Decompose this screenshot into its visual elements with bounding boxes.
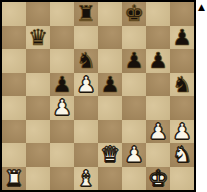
square-f5[interactable] bbox=[122, 73, 146, 97]
square-c3[interactable] bbox=[50, 120, 74, 144]
square-g7[interactable] bbox=[146, 26, 170, 50]
black-knight-d6[interactable]: ♞ bbox=[74, 49, 98, 73]
square-h6[interactable] bbox=[170, 49, 194, 73]
square-a6[interactable] bbox=[2, 49, 26, 73]
black-rook-d8[interactable]: ♜ bbox=[74, 2, 98, 26]
square-c5[interactable]: ♟ bbox=[50, 73, 74, 97]
black-pawn-h7[interactable]: ♟ bbox=[170, 26, 194, 50]
square-b2[interactable] bbox=[26, 143, 50, 167]
square-e4[interactable] bbox=[98, 96, 122, 120]
square-d8[interactable]: ♜ bbox=[74, 2, 98, 26]
square-d3[interactable] bbox=[74, 120, 98, 144]
square-g5[interactable] bbox=[146, 73, 170, 97]
square-c7[interactable] bbox=[50, 26, 74, 50]
white-rook-a1[interactable]: ♜ bbox=[2, 167, 26, 191]
square-c2[interactable] bbox=[50, 143, 74, 167]
black-pawn-g6[interactable]: ♟ bbox=[146, 49, 170, 73]
square-c1[interactable] bbox=[50, 167, 74, 191]
square-b8[interactable] bbox=[26, 2, 50, 26]
square-g6[interactable]: ♟ bbox=[146, 49, 170, 73]
square-h1[interactable] bbox=[170, 167, 194, 191]
square-f8[interactable]: ♚ bbox=[122, 2, 146, 26]
square-e1[interactable] bbox=[98, 167, 122, 191]
black-pawn-f6[interactable]: ♟ bbox=[122, 49, 146, 73]
square-a5[interactable] bbox=[2, 73, 26, 97]
square-c4[interactable]: ♟ bbox=[50, 96, 74, 120]
square-d6[interactable]: ♞ bbox=[74, 49, 98, 73]
square-d4[interactable] bbox=[74, 96, 98, 120]
white-pawn-d5[interactable]: ♟ bbox=[74, 73, 98, 97]
square-b7[interactable]: ♛ bbox=[26, 26, 50, 50]
square-g1[interactable]: ♚ bbox=[146, 167, 170, 191]
square-h2[interactable]: ♞ bbox=[170, 143, 194, 167]
square-e6[interactable] bbox=[98, 49, 122, 73]
white-king-g1[interactable]: ♚ bbox=[146, 167, 170, 191]
white-pawn-f2[interactable]: ♟ bbox=[122, 143, 146, 167]
square-b1[interactable] bbox=[26, 167, 50, 191]
square-f6[interactable]: ♟ bbox=[122, 49, 146, 73]
square-g8[interactable] bbox=[146, 2, 170, 26]
square-a4[interactable] bbox=[2, 96, 26, 120]
side-panel: ▲ bbox=[196, 0, 207, 192]
chess-gui-screenshot: ♜♚♛♟♞♟♟♟♟♟♞♟♟♟♛♟♞♜♝♚ ▲ bbox=[0, 0, 207, 192]
white-queen-e2[interactable]: ♛ bbox=[98, 143, 122, 167]
square-b5[interactable] bbox=[26, 73, 50, 97]
board-border: ♜♚♛♟♞♟♟♟♟♟♞♟♟♟♛♟♞♜♝♚ bbox=[0, 0, 196, 192]
square-g2[interactable] bbox=[146, 143, 170, 167]
square-d1[interactable]: ♝ bbox=[74, 167, 98, 191]
square-e2[interactable]: ♛ bbox=[98, 143, 122, 167]
square-h8[interactable] bbox=[170, 2, 194, 26]
black-king-f8[interactable]: ♚ bbox=[122, 2, 146, 26]
square-f1[interactable] bbox=[122, 167, 146, 191]
square-e7[interactable] bbox=[98, 26, 122, 50]
square-f4[interactable] bbox=[122, 96, 146, 120]
square-f3[interactable] bbox=[122, 120, 146, 144]
black-queen-b7[interactable]: ♛ bbox=[26, 26, 50, 50]
white-knight-h2[interactable]: ♞ bbox=[170, 143, 194, 167]
black-knight-h5[interactable]: ♞ bbox=[170, 73, 194, 97]
square-h5[interactable]: ♞ bbox=[170, 73, 194, 97]
square-a7[interactable] bbox=[2, 26, 26, 50]
square-b4[interactable] bbox=[26, 96, 50, 120]
square-h3[interactable]: ♟ bbox=[170, 120, 194, 144]
square-a8[interactable] bbox=[2, 2, 26, 26]
square-e5[interactable]: ♟ bbox=[98, 73, 122, 97]
square-g3[interactable]: ♟ bbox=[146, 120, 170, 144]
white-pawn-c4[interactable]: ♟ bbox=[50, 96, 74, 120]
square-f2[interactable]: ♟ bbox=[122, 143, 146, 167]
square-h4[interactable] bbox=[170, 96, 194, 120]
square-c6[interactable] bbox=[50, 49, 74, 73]
square-a2[interactable] bbox=[2, 143, 26, 167]
square-d5[interactable]: ♟ bbox=[74, 73, 98, 97]
white-pawn-h3[interactable]: ♟ bbox=[170, 120, 194, 144]
square-c8[interactable] bbox=[50, 2, 74, 26]
square-h7[interactable]: ♟ bbox=[170, 26, 194, 50]
white-pawn-g3[interactable]: ♟ bbox=[146, 120, 170, 144]
square-b6[interactable] bbox=[26, 49, 50, 73]
square-a3[interactable] bbox=[2, 120, 26, 144]
square-d7[interactable] bbox=[74, 26, 98, 50]
black-pawn-e5[interactable]: ♟ bbox=[98, 73, 122, 97]
black-pawn-c5[interactable]: ♟ bbox=[50, 73, 74, 97]
square-f7[interactable] bbox=[122, 26, 146, 50]
square-b3[interactable] bbox=[26, 120, 50, 144]
square-g4[interactable] bbox=[146, 96, 170, 120]
white-bishop-d1[interactable]: ♝ bbox=[74, 167, 98, 191]
side-to-move-indicator: ▲ bbox=[198, 2, 205, 13]
chess-board: ♜♚♛♟♞♟♟♟♟♟♞♟♟♟♛♟♞♜♝♚ bbox=[2, 2, 194, 190]
square-a1[interactable]: ♜ bbox=[2, 167, 26, 191]
square-d2[interactable] bbox=[74, 143, 98, 167]
square-e8[interactable] bbox=[98, 2, 122, 26]
square-e3[interactable] bbox=[98, 120, 122, 144]
